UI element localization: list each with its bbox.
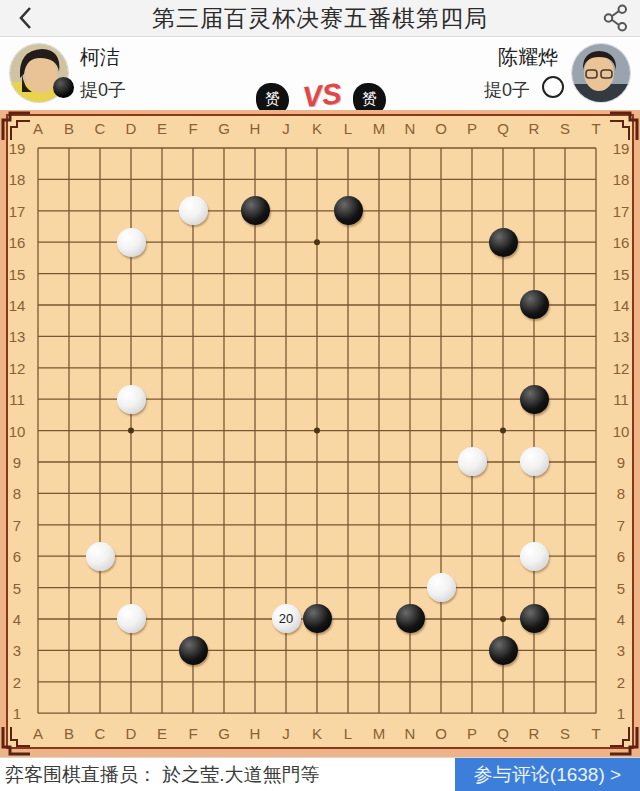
coord-label: 16 bbox=[613, 234, 630, 251]
coord-label: 7 bbox=[13, 516, 21, 533]
frame-corner-ornament bbox=[610, 110, 640, 140]
stone-black-L17 bbox=[334, 196, 363, 225]
white-stone-icon bbox=[542, 76, 564, 98]
coord-label: 14 bbox=[613, 297, 630, 314]
stone-white-J4: 20 bbox=[272, 604, 301, 633]
coord-label: 5 bbox=[13, 579, 21, 596]
player-bar: 柯洁 提0子 赟 VS 赟 183手 陈耀烨 提0子 bbox=[0, 37, 640, 110]
share-button[interactable] bbox=[600, 3, 632, 33]
stone-black-H17 bbox=[241, 196, 270, 225]
frame-corner-ornament bbox=[0, 727, 30, 757]
go-board[interactable]: AABBCCDDEEFFGGHHJJKKLLMMNNOOPPQQRRSSTT19… bbox=[0, 110, 640, 757]
stone-white-O5 bbox=[427, 573, 456, 602]
coord-label: 9 bbox=[13, 454, 21, 471]
share-icon bbox=[600, 3, 632, 33]
logo-glyph: 赟 bbox=[265, 90, 280, 109]
coord-label: 13 bbox=[613, 328, 630, 345]
page-title: 第三届百灵杯决赛五番棋第四局 bbox=[0, 3, 640, 34]
coord-label: 18 bbox=[613, 171, 630, 188]
coord-label: 5 bbox=[617, 579, 625, 596]
stone-white-R9 bbox=[520, 447, 549, 476]
header: 第三届百灵杯决赛五番棋第四局 bbox=[0, 0, 640, 37]
white-captures: 提0子 bbox=[484, 78, 530, 102]
coord-label: 1 bbox=[617, 705, 625, 722]
stone-white-C6 bbox=[86, 542, 115, 571]
coord-label: 8 bbox=[13, 485, 21, 502]
stone-black-K4 bbox=[303, 604, 332, 633]
coord-label: 11 bbox=[613, 391, 629, 408]
coord-label: 7 bbox=[617, 516, 625, 533]
coord-label: 6 bbox=[13, 548, 21, 565]
stone-black-N4 bbox=[396, 604, 425, 633]
broadcast-text: 弈客围棋直播员： 於之莹.大道無門等 bbox=[5, 762, 320, 788]
coord-label: 3 bbox=[13, 642, 21, 659]
coord-label: 1 bbox=[13, 705, 21, 722]
coord-label: 15 bbox=[613, 265, 630, 282]
footer-bar: 弈客围棋直播员： 於之莹.大道無門等 参与评论(1638) > bbox=[0, 757, 640, 791]
black-captures: 提0子 bbox=[80, 78, 126, 102]
vs-label: VS bbox=[298, 77, 345, 114]
stone-black-R11 bbox=[520, 385, 549, 414]
black-player-name: 柯洁 bbox=[80, 44, 120, 71]
stone-black-R14 bbox=[520, 290, 549, 319]
coord-label: 4 bbox=[617, 611, 625, 628]
stones-layer: 20 bbox=[23, 132, 612, 728]
logo-glyph: 赟 bbox=[362, 90, 377, 109]
stone-white-F17 bbox=[179, 196, 208, 225]
coord-label: 17 bbox=[613, 202, 630, 219]
white-player-avatar[interactable] bbox=[572, 44, 630, 102]
stone-black-Q16 bbox=[489, 228, 518, 257]
stone-white-R6 bbox=[520, 542, 549, 571]
coord-label: 12 bbox=[613, 359, 630, 376]
comment-button[interactable]: 参与评论(1638) > bbox=[455, 758, 640, 791]
coord-label: 3 bbox=[617, 642, 625, 659]
stone-white-D11 bbox=[117, 385, 146, 414]
stone-white-D4 bbox=[117, 604, 146, 633]
frame-corner-ornament bbox=[0, 110, 30, 140]
black-stone-icon bbox=[53, 77, 74, 98]
coord-label: 2 bbox=[617, 673, 625, 690]
frame-corner-ornament bbox=[610, 727, 640, 757]
stone-black-F3 bbox=[179, 636, 208, 665]
white-player-name: 陈耀烨 bbox=[498, 44, 558, 71]
coord-label: 2 bbox=[13, 673, 21, 690]
go-app-screen: 第三届百灵杯决赛五番棋第四局 柯洁 提0子 赟 VS bbox=[0, 0, 640, 791]
stone-black-Q3 bbox=[489, 636, 518, 665]
stone-black-R4 bbox=[520, 604, 549, 633]
coord-label: 9 bbox=[617, 454, 625, 471]
stone-white-D16 bbox=[117, 228, 146, 257]
last-move-number: 20 bbox=[279, 612, 293, 625]
coord-label: 8 bbox=[617, 485, 625, 502]
coord-label: 4 bbox=[13, 611, 21, 628]
coord-label: 19 bbox=[613, 140, 630, 157]
coord-label: 10 bbox=[613, 422, 630, 439]
coord-label: 6 bbox=[617, 548, 625, 565]
stone-white-P9 bbox=[458, 447, 487, 476]
